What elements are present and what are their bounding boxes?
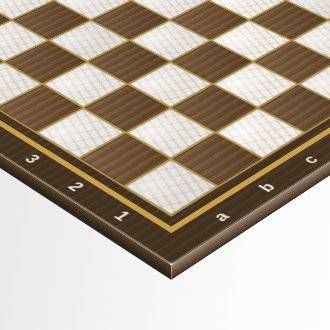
rank-label-4: 4 xyxy=(0,123,8,144)
square-b4 xyxy=(44,63,126,107)
square-b1 xyxy=(172,133,261,185)
square-c4 xyxy=(89,41,169,83)
square-e1 xyxy=(300,63,330,107)
square-a6 xyxy=(0,41,3,83)
square-b6 xyxy=(0,21,47,61)
square-d2 xyxy=(214,63,296,107)
file-label-d: d xyxy=(323,116,330,151)
board-photo: 12345678abcdefgh xyxy=(0,0,330,330)
square-a1 xyxy=(125,160,216,215)
square-e2 xyxy=(255,41,330,83)
square-b3 xyxy=(85,85,169,132)
square-d4 xyxy=(131,21,209,61)
square-a5 xyxy=(0,63,41,107)
square-a3 xyxy=(38,109,124,158)
square-c5 xyxy=(50,21,128,61)
square-f2 xyxy=(293,21,330,61)
playing-squares xyxy=(0,0,330,217)
square-c3 xyxy=(129,63,211,107)
square-a2 xyxy=(80,133,169,185)
square-d1 xyxy=(259,85,330,132)
square-b5 xyxy=(6,41,86,83)
square-a4 xyxy=(0,85,82,132)
square-d3 xyxy=(172,41,252,83)
square-c2 xyxy=(172,85,256,132)
square-e3 xyxy=(212,21,290,61)
square-c1 xyxy=(217,109,303,158)
board-surface: 12345678abcdefgh xyxy=(0,0,330,265)
square-b2 xyxy=(127,109,213,158)
chessboard: 12345678abcdefgh xyxy=(0,0,330,265)
photo-background: 12345678abcdefgh xyxy=(0,0,330,330)
